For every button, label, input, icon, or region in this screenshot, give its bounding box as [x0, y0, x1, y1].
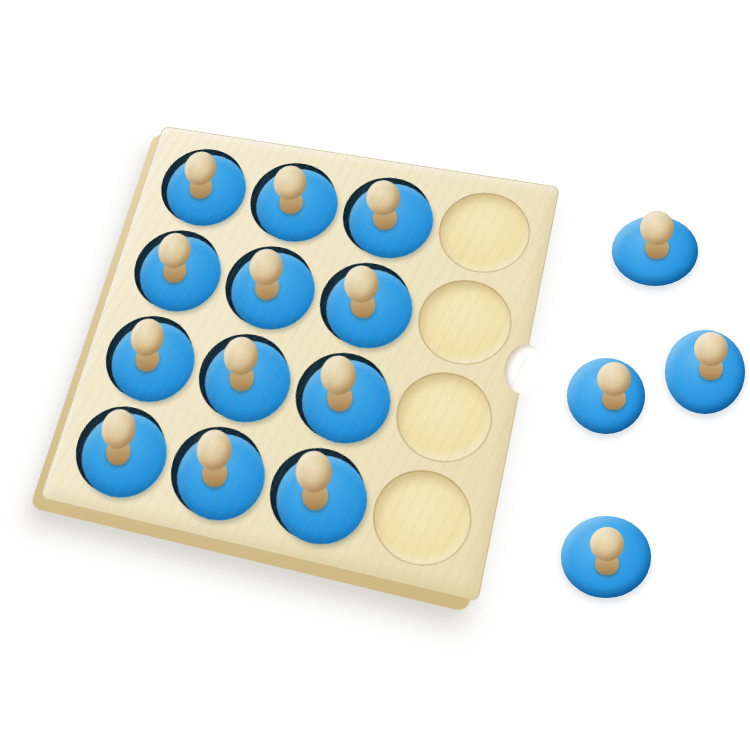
peg-knob-cap — [273, 164, 307, 201]
peg-knob-cap — [365, 179, 402, 217]
loose-peg-2[interactable] — [567, 358, 645, 434]
loose-peg-3[interactable] — [665, 330, 745, 414]
loose-peg-4[interactable] — [561, 516, 651, 598]
peg-knob — [273, 164, 308, 216]
peg-knob-cap — [319, 354, 357, 396]
peg-knob — [295, 450, 335, 512]
cell-r4c4[interactable] — [357, 455, 487, 582]
peg-knob — [640, 211, 674, 259]
peg-knob-cap — [640, 211, 674, 245]
peg-knob-cap — [597, 362, 631, 396]
peg-knob — [343, 264, 382, 319]
peg-knob-cap — [694, 332, 728, 366]
loose-peg-1[interactable] — [612, 216, 698, 286]
peg-knob-cap — [184, 150, 216, 187]
peg-knob — [597, 362, 631, 410]
peg-knob-cap — [223, 335, 259, 376]
peg-knob — [694, 332, 728, 380]
peg-knob — [184, 150, 217, 200]
peg-knob-cap — [196, 428, 232, 471]
peg-knob-cap — [343, 264, 380, 304]
peg-knob-cap — [249, 247, 284, 286]
board-face — [40, 126, 560, 602]
peg-knob-cap — [295, 450, 334, 494]
peg-knob-cap — [101, 408, 135, 450]
peg-knob-cap — [590, 527, 624, 561]
peg-knob — [590, 527, 624, 575]
peg-knob-cap — [131, 317, 165, 357]
peg-knob — [101, 408, 136, 467]
peg-knob — [319, 354, 358, 412]
peg-knob — [365, 179, 403, 232]
peg-knob — [223, 335, 259, 392]
peg-knob — [249, 247, 285, 301]
empty-recess — [410, 273, 519, 373]
empty-recess — [387, 365, 500, 472]
peg-knob — [158, 231, 191, 284]
cell-r1c4[interactable] — [425, 182, 543, 286]
empty-recess — [364, 461, 480, 575]
peg-knob-cap — [158, 231, 191, 269]
empty-recess — [431, 187, 537, 280]
peg-knob — [130, 317, 164, 373]
peg-knob — [196, 428, 233, 488]
stage — [0, 0, 750, 750]
board — [40, 126, 560, 602]
